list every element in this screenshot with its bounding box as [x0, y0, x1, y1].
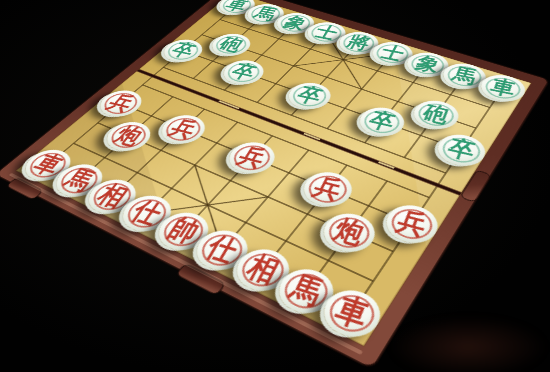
- piece-character: 馬: [450, 65, 479, 86]
- pieces-layer: 車馬象士將士象馬車砲砲卒卒卒卒卒兵兵兵兵兵炮炮車馬相仕帥仕相馬車: [0, 0, 550, 369]
- photo-stage: 車馬象士將士象馬車砲砲卒卒卒卒卒兵兵兵兵兵炮炮車馬相仕帥仕相馬車: [0, 0, 550, 372]
- piece-character: 士: [378, 44, 407, 64]
- piece-red-soldier-c1r4[interactable]: 兵: [92, 86, 150, 122]
- piece-character: 卒: [168, 41, 199, 60]
- piece-character: 帥: [163, 215, 203, 247]
- piece-character: 卒: [294, 85, 326, 107]
- piece-green-soldier-c1r7[interactable]: 卒: [156, 36, 209, 66]
- piece-character: 車: [488, 77, 517, 99]
- piece-character: 將: [344, 34, 373, 53]
- xiangqi-board: 車馬象士將士象馬車砲砲卒卒卒卒卒兵兵兵兵兵炮炮車馬相仕帥仕相馬車: [0, 0, 550, 369]
- piece-character: 兵: [166, 117, 201, 141]
- piece-character: 兵: [104, 92, 138, 114]
- piece-green-soldier-c7r7[interactable]: 卒: [352, 103, 411, 142]
- piece-green-soldier-c3r7[interactable]: 卒: [216, 56, 271, 89]
- piece-character: 砲: [420, 103, 451, 127]
- piece-character: 卒: [445, 137, 477, 164]
- piece-red-soldier-c3r4[interactable]: 兵: [153, 110, 213, 149]
- piece-character: 馬: [251, 6, 279, 23]
- piece-red-soldier-c7r4[interactable]: 兵: [295, 166, 360, 213]
- piece-character: 卒: [366, 110, 398, 134]
- piece-green-soldier-c5r7[interactable]: 卒: [281, 78, 338, 114]
- piece-character: 炮: [111, 124, 147, 149]
- piece-green-cannon-c8r8[interactable]: 砲: [407, 96, 466, 134]
- piece-character: 象: [281, 15, 309, 33]
- piece-character: 卒: [228, 62, 259, 83]
- piece-red-soldier-c5r4[interactable]: 兵: [221, 137, 284, 179]
- piece-character: 炮: [330, 216, 368, 249]
- piece-character: 兵: [310, 175, 346, 204]
- piece-character: 象: [413, 54, 442, 75]
- piece-red-cannon-c2r3[interactable]: 炮: [98, 117, 159, 156]
- piece-character: 兵: [394, 208, 430, 240]
- piece-character: 相: [242, 252, 283, 288]
- piece-character: 馬: [285, 272, 326, 310]
- piece-red-soldier-c9r4[interactable]: 兵: [378, 199, 446, 251]
- table-reflection: [388, 316, 548, 372]
- piece-character: 仕: [202, 233, 242, 267]
- piece-green-soldier-c9r7[interactable]: 卒: [430, 129, 492, 172]
- piece-character: 士: [312, 24, 341, 42]
- piece-red-cannon-c8r3[interactable]: 炮: [315, 207, 384, 259]
- piece-character: 砲: [216, 35, 246, 54]
- piece-character: 兵: [234, 145, 269, 172]
- piece-character: 車: [331, 294, 372, 334]
- piece-green-cannon-c2r8[interactable]: 砲: [205, 30, 258, 60]
